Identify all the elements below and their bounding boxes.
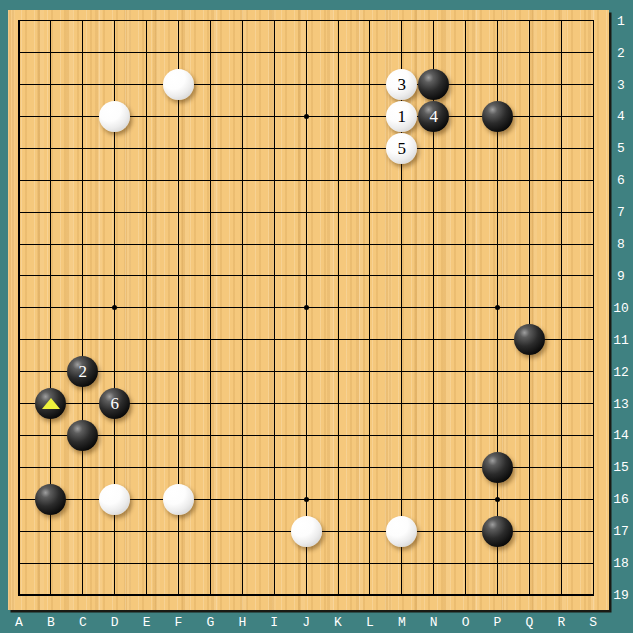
column-label-F: F: [175, 616, 183, 629]
app-frame: 315426 ABCDEFGHIJKLMNOPQRS 1234567891011…: [0, 0, 633, 633]
column-label-H: H: [238, 616, 246, 629]
row-label-9: 9: [617, 269, 625, 282]
stone-white-F16: [163, 484, 194, 515]
column-label-G: G: [206, 616, 214, 629]
column-label-O: O: [462, 616, 470, 629]
stone-black-N4: 4: [418, 101, 449, 132]
row-label-4: 4: [617, 110, 625, 123]
stone-white-M17: [386, 516, 417, 547]
row-label-5: 5: [617, 142, 625, 155]
stone-white-M4: 1: [386, 101, 417, 132]
column-label-E: E: [143, 616, 151, 629]
row-label-2: 2: [617, 46, 625, 59]
stone-black-P17: [482, 516, 513, 547]
row-label-13: 13: [613, 397, 629, 410]
row-label-11: 11: [613, 333, 629, 346]
row-label-16: 16: [613, 493, 629, 506]
star-point: [304, 114, 309, 119]
column-label-K: K: [334, 616, 342, 629]
stone-black-D13: 6: [99, 388, 130, 419]
row-label-14: 14: [613, 429, 629, 442]
goban[interactable]: 315426: [8, 10, 609, 610]
column-label-J: J: [302, 616, 310, 629]
stone-move-number: 4: [429, 108, 438, 125]
column-label-L: L: [366, 616, 374, 629]
column-label-B: B: [47, 616, 55, 629]
stone-move-number: 1: [398, 108, 407, 125]
stone-black-P4: [482, 101, 513, 132]
stone-white-F3: [163, 69, 194, 100]
column-label-C: C: [79, 616, 87, 629]
row-label-1: 1: [617, 14, 625, 27]
column-label-D: D: [111, 616, 119, 629]
stone-move-number: 6: [110, 395, 119, 412]
column-label-I: I: [270, 616, 278, 629]
row-label-10: 10: [613, 301, 629, 314]
row-label-8: 8: [617, 238, 625, 251]
row-label-15: 15: [613, 461, 629, 474]
row-label-19: 19: [613, 588, 629, 601]
row-label-6: 6: [617, 174, 625, 187]
stone-move-number: 3: [398, 76, 407, 93]
stone-black-Q11: [514, 324, 545, 355]
star-point: [495, 497, 500, 502]
stone-move-number: 5: [398, 140, 407, 157]
stone-white-D16: [99, 484, 130, 515]
column-label-Q: Q: [525, 616, 533, 629]
star-point: [304, 305, 309, 310]
star-point: [304, 497, 309, 502]
row-label-12: 12: [613, 365, 629, 378]
column-label-A: A: [15, 616, 23, 629]
stone-black-B16: [35, 484, 66, 515]
row-label-18: 18: [613, 557, 629, 570]
column-label-S: S: [589, 616, 597, 629]
stone-black-P15: [482, 452, 513, 483]
stone-white-M5: 5: [386, 133, 417, 164]
stone-white-J17: [291, 516, 322, 547]
column-label-R: R: [557, 616, 565, 629]
row-label-3: 3: [617, 78, 625, 91]
column-label-P: P: [494, 616, 502, 629]
row-label-17: 17: [613, 525, 629, 538]
row-label-7: 7: [617, 206, 625, 219]
column-label-M: M: [398, 616, 406, 629]
stone-black-C14: [67, 420, 98, 451]
column-label-N: N: [430, 616, 438, 629]
stone-move-number: 2: [79, 363, 88, 380]
triangle-marker-icon: [42, 397, 60, 408]
stone-black-N3: [418, 69, 449, 100]
stone-white-D4: [99, 101, 130, 132]
